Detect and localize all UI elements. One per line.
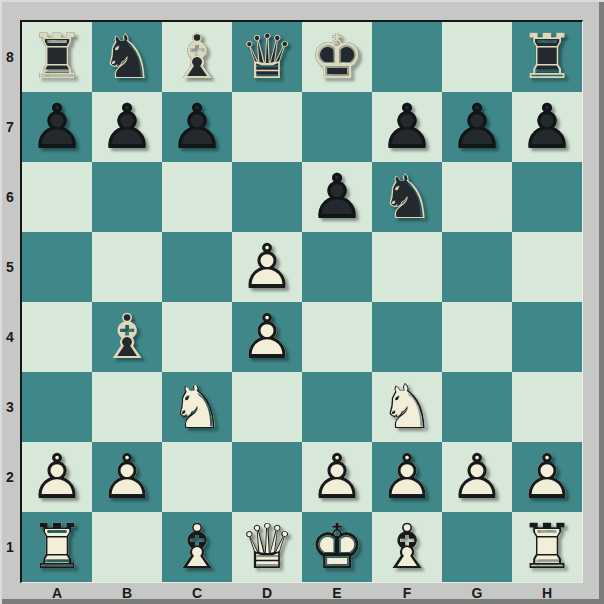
square-g4[interactable] <box>442 302 512 372</box>
piece-black-knight[interactable]: ♞♘ <box>92 22 162 92</box>
square-d5[interactable]: ♟♙ <box>232 232 302 302</box>
pawn-glyph-outline: ♙ <box>302 442 372 512</box>
piece-white-pawn[interactable]: ♟♙ <box>302 442 372 512</box>
piece-black-pawn[interactable]: ♟♙ <box>442 92 512 162</box>
knight-glyph-outline: ♘ <box>372 372 442 442</box>
pawn-glyph-outline: ♙ <box>442 442 512 512</box>
file-labels: ABCDEFGH <box>22 582 582 603</box>
piece-black-bishop[interactable]: ♝♗ <box>162 22 232 92</box>
square-d3[interactable] <box>232 372 302 442</box>
piece-black-pawn[interactable]: ♟♙ <box>22 92 92 162</box>
pawn-glyph-outline: ♙ <box>22 92 92 162</box>
square-e5[interactable] <box>302 232 372 302</box>
square-h7[interactable]: ♟♙ <box>512 92 582 162</box>
board-frame: 87654321 ♜♖♞♘♝♗♛♕♚♔♜♖♟♙♟♙♟♙♟♙♟♙♟♙♟♙♞♘♟♙♝… <box>0 0 604 604</box>
square-h2[interactable]: ♟♙ <box>512 442 582 512</box>
pawn-glyph-outline: ♙ <box>512 442 582 512</box>
square-b8[interactable]: ♞♘ <box>92 22 162 92</box>
square-h4[interactable] <box>512 302 582 372</box>
piece-black-rook[interactable]: ♜♖ <box>512 22 582 92</box>
piece-white-pawn[interactable]: ♟♙ <box>22 442 92 512</box>
square-g6[interactable] <box>442 162 512 232</box>
square-b3[interactable] <box>92 372 162 442</box>
square-a8[interactable]: ♜♖ <box>22 22 92 92</box>
piece-white-pawn[interactable]: ♟♙ <box>372 442 442 512</box>
pawn-glyph-outline: ♙ <box>92 92 162 162</box>
piece-white-rook[interactable]: ♜♖ <box>512 512 582 582</box>
piece-white-bishop[interactable]: ♝♗ <box>372 512 442 582</box>
square-h6[interactable] <box>512 162 582 232</box>
piece-white-rook[interactable]: ♜♖ <box>22 512 92 582</box>
square-a4[interactable] <box>22 302 92 372</box>
square-h5[interactable] <box>512 232 582 302</box>
square-e3[interactable] <box>302 372 372 442</box>
rook-glyph-outline: ♖ <box>512 512 582 582</box>
square-b2[interactable]: ♟♙ <box>92 442 162 512</box>
pawn-glyph-outline: ♙ <box>92 442 162 512</box>
queen-glyph-outline: ♕ <box>232 22 302 92</box>
bishop-glyph-outline: ♗ <box>162 22 232 92</box>
square-g3[interactable] <box>442 372 512 442</box>
pawn-glyph-outline: ♙ <box>302 162 372 232</box>
piece-black-queen[interactable]: ♛♕ <box>232 22 302 92</box>
pawn-glyph-outline: ♙ <box>512 92 582 162</box>
king-glyph-outline: ♔ <box>302 512 372 582</box>
file-label-A: A <box>22 582 92 603</box>
piece-white-bishop[interactable]: ♝♗ <box>162 512 232 582</box>
piece-black-pawn[interactable]: ♟♙ <box>512 92 582 162</box>
file-label-G: G <box>442 582 512 603</box>
piece-white-pawn[interactable]: ♟♙ <box>232 302 302 372</box>
piece-black-knight[interactable]: ♞♘ <box>372 162 442 232</box>
square-c3[interactable]: ♞♘ <box>162 372 232 442</box>
file-label-C: C <box>162 582 232 603</box>
square-f8[interactable] <box>372 22 442 92</box>
piece-black-pawn[interactable]: ♟♙ <box>372 92 442 162</box>
square-a5[interactable] <box>22 232 92 302</box>
rank-label-5: 5 <box>0 232 20 302</box>
queen-glyph-outline: ♕ <box>232 512 302 582</box>
square-a7[interactable]: ♟♙ <box>22 92 92 162</box>
square-e8[interactable]: ♚♔ <box>302 22 372 92</box>
square-f4[interactable] <box>372 302 442 372</box>
square-c2[interactable] <box>162 442 232 512</box>
piece-white-knight[interactable]: ♞♘ <box>372 372 442 442</box>
square-c1[interactable]: ♝♗ <box>162 512 232 582</box>
square-a3[interactable] <box>22 372 92 442</box>
knight-glyph-outline: ♘ <box>372 162 442 232</box>
bishop-glyph-outline: ♗ <box>92 302 162 372</box>
piece-black-pawn[interactable]: ♟♙ <box>92 92 162 162</box>
square-a2[interactable]: ♟♙ <box>22 442 92 512</box>
pawn-glyph-outline: ♙ <box>442 92 512 162</box>
square-g7[interactable]: ♟♙ <box>442 92 512 162</box>
bishop-glyph-outline: ♗ <box>372 512 442 582</box>
square-d4[interactable]: ♟♙ <box>232 302 302 372</box>
pawn-glyph-outline: ♙ <box>162 92 232 162</box>
knight-glyph-outline: ♘ <box>162 372 232 442</box>
piece-white-knight[interactable]: ♞♘ <box>162 372 232 442</box>
square-e7[interactable] <box>302 92 372 162</box>
square-c7[interactable]: ♟♙ <box>162 92 232 162</box>
file-label-B: B <box>92 582 162 603</box>
piece-black-pawn[interactable]: ♟♙ <box>162 92 232 162</box>
piece-black-pawn[interactable]: ♟♙ <box>302 162 372 232</box>
square-h3[interactable] <box>512 372 582 442</box>
square-g5[interactable] <box>442 232 512 302</box>
rank-label-2: 2 <box>0 442 20 512</box>
square-d7[interactable] <box>232 92 302 162</box>
square-d1[interactable]: ♛♕ <box>232 512 302 582</box>
piece-white-pawn[interactable]: ♟♙ <box>442 442 512 512</box>
square-d6[interactable] <box>232 162 302 232</box>
square-e2[interactable]: ♟♙ <box>302 442 372 512</box>
square-f6[interactable]: ♞♘ <box>372 162 442 232</box>
square-f5[interactable] <box>372 232 442 302</box>
piece-black-rook[interactable]: ♜♖ <box>22 22 92 92</box>
square-h8[interactable]: ♜♖ <box>512 22 582 92</box>
square-g2[interactable]: ♟♙ <box>442 442 512 512</box>
file-label-H: H <box>512 582 582 603</box>
file-label-F: F <box>372 582 442 603</box>
square-b4[interactable]: ♝♗ <box>92 302 162 372</box>
square-f1[interactable]: ♝♗ <box>372 512 442 582</box>
rook-glyph-outline: ♖ <box>22 22 92 92</box>
square-b1[interactable] <box>92 512 162 582</box>
pawn-glyph-outline: ♙ <box>232 232 302 302</box>
pawn-glyph-outline: ♙ <box>372 442 442 512</box>
knight-glyph-outline: ♘ <box>92 22 162 92</box>
square-h1[interactable]: ♜♖ <box>512 512 582 582</box>
pawn-glyph-outline: ♙ <box>372 92 442 162</box>
piece-white-pawn[interactable]: ♟♙ <box>232 232 302 302</box>
rank-label-6: 6 <box>0 162 20 232</box>
rank-label-7: 7 <box>0 92 20 162</box>
square-a6[interactable] <box>22 162 92 232</box>
file-label-E: E <box>302 582 372 603</box>
rank-labels: 87654321 <box>0 22 20 582</box>
square-g8[interactable] <box>442 22 512 92</box>
pawn-glyph-outline: ♙ <box>22 442 92 512</box>
chess-board: ♜♖♞♘♝♗♛♕♚♔♜♖♟♙♟♙♟♙♟♙♟♙♟♙♟♙♞♘♟♙♝♗♟♙♞♘♞♘♟♙… <box>20 20 583 583</box>
piece-white-queen[interactable]: ♛♕ <box>232 512 302 582</box>
pawn-glyph-outline: ♙ <box>232 302 302 372</box>
square-f3[interactable]: ♞♘ <box>372 372 442 442</box>
square-f7[interactable]: ♟♙ <box>372 92 442 162</box>
square-f2[interactable]: ♟♙ <box>372 442 442 512</box>
piece-white-king[interactable]: ♚♔ <box>302 512 372 582</box>
square-d8[interactable]: ♛♕ <box>232 22 302 92</box>
square-b6[interactable] <box>92 162 162 232</box>
bishop-glyph-outline: ♗ <box>162 512 232 582</box>
square-g1[interactable] <box>442 512 512 582</box>
square-c6[interactable] <box>162 162 232 232</box>
rook-glyph-outline: ♖ <box>22 512 92 582</box>
square-b7[interactable]: ♟♙ <box>92 92 162 162</box>
king-glyph-outline: ♔ <box>302 22 372 92</box>
piece-black-king[interactable]: ♚♔ <box>302 22 372 92</box>
rank-label-8: 8 <box>0 22 20 92</box>
square-e6[interactable]: ♟♙ <box>302 162 372 232</box>
square-e4[interactable] <box>302 302 372 372</box>
rank-label-3: 3 <box>0 372 20 442</box>
square-a1[interactable]: ♜♖ <box>22 512 92 582</box>
square-b5[interactable] <box>92 232 162 302</box>
rank-label-1: 1 <box>0 512 20 582</box>
square-c5[interactable] <box>162 232 232 302</box>
rook-glyph-outline: ♖ <box>512 22 582 92</box>
rank-label-4: 4 <box>0 302 20 372</box>
file-label-D: D <box>232 582 302 603</box>
piece-black-bishop[interactable]: ♝♗ <box>92 302 162 372</box>
square-d2[interactable] <box>232 442 302 512</box>
square-c8[interactable]: ♝♗ <box>162 22 232 92</box>
piece-white-pawn[interactable]: ♟♙ <box>92 442 162 512</box>
square-c4[interactable] <box>162 302 232 372</box>
square-e1[interactable]: ♚♔ <box>302 512 372 582</box>
piece-white-pawn[interactable]: ♟♙ <box>512 442 582 512</box>
